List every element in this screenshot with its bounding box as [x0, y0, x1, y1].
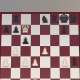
square-g5[interactable]	[59, 46, 69, 57]
square-e5[interactable]: ♟	[40, 46, 50, 57]
square-f5[interactable]	[50, 46, 60, 57]
piece-white-pawn-c4[interactable]: ♟	[21, 58, 29, 67]
square-c5[interactable]	[20, 46, 30, 57]
square-a3[interactable]	[0, 67, 10, 78]
chessboard-photo: ♜♞♜♚♛♟♟♛♝♟♟♟♟♟♟♟♝♚	[0, 0, 80, 80]
square-g4[interactable]: ♟	[60, 56, 70, 67]
piece-black-pawn-c6[interactable]: ♟	[21, 36, 29, 45]
square-e2[interactable]	[40, 79, 50, 80]
square-b2[interactable]	[10, 79, 20, 80]
square-e6[interactable]	[40, 35, 50, 46]
square-a7[interactable]: ♟	[1, 24, 11, 35]
square-a6[interactable]	[1, 35, 11, 46]
square-d5[interactable]	[30, 46, 40, 57]
piece-white-queen-c7[interactable]: ♛	[20, 23, 31, 35]
square-h2[interactable]	[70, 79, 80, 80]
square-a5[interactable]	[1, 46, 11, 57]
square-g7[interactable]: ♝	[59, 24, 69, 35]
square-a8[interactable]	[2, 14, 12, 24]
square-f3[interactable]	[50, 67, 60, 78]
board-grid: ♜♞♜♚♛♟♟♛♝♟♟♟♟♟♟♟♝♚	[0, 14, 80, 80]
square-c6[interactable]: ♟	[21, 35, 31, 46]
square-e7[interactable]	[40, 24, 50, 35]
square-d8[interactable]	[30, 14, 40, 24]
piece-white-pawn-e5[interactable]: ♟	[41, 47, 49, 56]
square-h4[interactable]: ♝	[69, 56, 79, 67]
square-g2[interactable]	[60, 79, 70, 80]
square-d4[interactable]: ♟	[30, 56, 40, 67]
piece-white-king-d2[interactable]: ♚	[29, 76, 41, 80]
square-b4[interactable]	[10, 56, 20, 67]
square-h8[interactable]: ♛	[69, 14, 79, 24]
square-g3[interactable]	[60, 67, 70, 78]
piece-black-pawn-b7[interactable]: ♟	[12, 26, 20, 35]
piece-white-pawn-g4[interactable]: ♟	[60, 58, 69, 67]
square-e4[interactable]	[40, 56, 50, 67]
piece-black-queen-h8[interactable]: ♛	[68, 12, 79, 24]
square-f2[interactable]	[50, 79, 60, 80]
square-f4[interactable]	[50, 56, 60, 67]
piece-white-pawn-a4[interactable]: ♟	[1, 58, 10, 67]
square-a2[interactable]	[0, 79, 10, 80]
square-h7[interactable]	[69, 24, 79, 35]
square-a4[interactable]: ♟	[1, 56, 11, 67]
piece-black-knight-e8[interactable]: ♞	[40, 14, 49, 24]
chess-board: ♜♞♜♚♛♟♟♛♝♟♟♟♟♟♟♟♝♚	[0, 12, 80, 80]
square-e8[interactable]: ♞	[40, 14, 50, 24]
square-b5[interactable]: ♟	[11, 46, 21, 57]
piece-white-pawn-b5[interactable]: ♟	[11, 47, 19, 56]
piece-white-pawn-d4[interactable]: ♟	[31, 58, 39, 67]
square-b3[interactable]	[10, 67, 20, 78]
piece-black-bishop-h4[interactable]: ♝	[69, 56, 79, 67]
piece-black-pawn-a7[interactable]: ♟	[2, 26, 10, 35]
piece-black-bishop-g7[interactable]: ♝	[59, 24, 69, 35]
square-b6[interactable]	[11, 35, 21, 46]
square-f6[interactable]	[50, 35, 60, 46]
square-h6[interactable]	[69, 35, 79, 46]
square-f7[interactable]	[50, 24, 60, 35]
square-c4[interactable]: ♟	[20, 56, 30, 67]
square-h3[interactable]	[70, 67, 80, 78]
square-g6[interactable]	[59, 35, 69, 46]
square-d2[interactable]: ♚	[30, 79, 40, 80]
square-d7[interactable]	[30, 24, 40, 35]
square-c7[interactable]: ♛	[21, 24, 31, 35]
square-d6[interactable]	[30, 35, 40, 46]
